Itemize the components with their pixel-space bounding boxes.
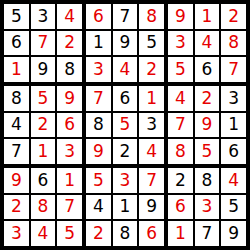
cell-r3c9[interactable]: 7 <box>221 57 246 82</box>
cell-r5c6[interactable]: 3 <box>139 113 164 138</box>
cell-r3c6[interactable]: 2 <box>139 57 164 82</box>
cell-r8c2[interactable]: 8 <box>31 195 56 220</box>
cell-r3c4[interactable]: 3 <box>86 57 111 82</box>
cell-r4c1[interactable]: 8 <box>4 86 29 111</box>
cell-r9c6[interactable]: 6 <box>139 221 164 246</box>
cell-r7c9[interactable]: 4 <box>221 168 246 193</box>
cell-r6c5[interactable]: 2 <box>113 139 138 164</box>
cell-r7c2[interactable]: 6 <box>31 168 56 193</box>
cell-r4c7[interactable]: 4 <box>168 86 193 111</box>
cell-r1c8[interactable]: 1 <box>195 4 220 29</box>
sudoku-board: 5346721986781953429123485678594267137618… <box>0 0 250 250</box>
cell-r1c9[interactable]: 2 <box>221 4 246 29</box>
box-7: 961287345 <box>4 168 82 246</box>
cell-r6c4[interactable]: 9 <box>86 139 111 164</box>
cell-r9c8[interactable]: 7 <box>195 221 220 246</box>
cell-r4c5[interactable]: 6 <box>113 86 138 111</box>
cell-r2c2[interactable]: 7 <box>31 31 56 56</box>
cell-r6c6[interactable]: 4 <box>139 139 164 164</box>
cell-r8c9[interactable]: 5 <box>221 195 246 220</box>
cell-r1c1[interactable]: 5 <box>4 4 29 29</box>
cell-r9c3[interactable]: 5 <box>57 221 82 246</box>
cell-r4c8[interactable]: 2 <box>195 86 220 111</box>
box-2: 678195342 <box>86 4 164 82</box>
cell-r3c7[interactable]: 5 <box>168 57 193 82</box>
cell-r2c6[interactable]: 5 <box>139 31 164 56</box>
box-5: 761853924 <box>86 86 164 164</box>
box-9: 284635179 <box>168 168 246 246</box>
cell-r1c5[interactable]: 7 <box>113 4 138 29</box>
cell-r7c3[interactable]: 1 <box>57 168 82 193</box>
cell-r3c2[interactable]: 9 <box>31 57 56 82</box>
box-3: 912348567 <box>168 4 246 82</box>
cell-r8c4[interactable]: 4 <box>86 195 111 220</box>
cell-r9c4[interactable]: 2 <box>86 221 111 246</box>
cell-r6c3[interactable]: 3 <box>57 139 82 164</box>
cell-r5c4[interactable]: 8 <box>86 113 111 138</box>
cell-r4c6[interactable]: 1 <box>139 86 164 111</box>
cell-r1c3[interactable]: 4 <box>57 4 82 29</box>
cell-r5c9[interactable]: 1 <box>221 113 246 138</box>
cell-r1c7[interactable]: 9 <box>168 4 193 29</box>
cell-r6c9[interactable]: 6 <box>221 139 246 164</box>
cell-r7c4[interactable]: 5 <box>86 168 111 193</box>
cell-r8c6[interactable]: 9 <box>139 195 164 220</box>
cell-r3c1[interactable]: 1 <box>4 57 29 82</box>
cell-r9c1[interactable]: 3 <box>4 221 29 246</box>
cell-r3c8[interactable]: 6 <box>195 57 220 82</box>
cell-r4c9[interactable]: 3 <box>221 86 246 111</box>
cell-r1c6[interactable]: 8 <box>139 4 164 29</box>
cell-r5c2[interactable]: 2 <box>31 113 56 138</box>
cell-r5c7[interactable]: 7 <box>168 113 193 138</box>
cell-r9c2[interactable]: 4 <box>31 221 56 246</box>
cell-r7c8[interactable]: 8 <box>195 168 220 193</box>
cell-r7c1[interactable]: 9 <box>4 168 29 193</box>
cell-r4c4[interactable]: 7 <box>86 86 111 111</box>
cell-r4c2[interactable]: 5 <box>31 86 56 111</box>
cell-r7c5[interactable]: 3 <box>113 168 138 193</box>
cell-r9c5[interactable]: 8 <box>113 221 138 246</box>
cell-r9c9[interactable]: 9 <box>221 221 246 246</box>
cell-r6c8[interactable]: 5 <box>195 139 220 164</box>
cell-r6c2[interactable]: 1 <box>31 139 56 164</box>
cell-r8c5[interactable]: 1 <box>113 195 138 220</box>
cell-r1c4[interactable]: 6 <box>86 4 111 29</box>
cell-r6c7[interactable]: 8 <box>168 139 193 164</box>
box-6: 423791856 <box>168 86 246 164</box>
cell-r1c2[interactable]: 3 <box>31 4 56 29</box>
cell-r2c7[interactable]: 3 <box>168 31 193 56</box>
cell-r8c1[interactable]: 2 <box>4 195 29 220</box>
cell-r5c3[interactable]: 6 <box>57 113 82 138</box>
cell-r7c6[interactable]: 7 <box>139 168 164 193</box>
cell-r2c5[interactable]: 9 <box>113 31 138 56</box>
cell-r4c3[interactable]: 9 <box>57 86 82 111</box>
cell-r8c7[interactable]: 6 <box>168 195 193 220</box>
cell-r2c4[interactable]: 1 <box>86 31 111 56</box>
cell-r3c3[interactable]: 8 <box>57 57 82 82</box>
cell-r5c5[interactable]: 5 <box>113 113 138 138</box>
cell-r2c9[interactable]: 8 <box>221 31 246 56</box>
box-4: 859426713 <box>4 86 82 164</box>
cell-r2c3[interactable]: 2 <box>57 31 82 56</box>
cell-r9c7[interactable]: 1 <box>168 221 193 246</box>
cell-r5c8[interactable]: 9 <box>195 113 220 138</box>
cell-r3c5[interactable]: 4 <box>113 57 138 82</box>
box-1: 534672198 <box>4 4 82 82</box>
cell-r5c1[interactable]: 4 <box>4 113 29 138</box>
cell-r8c3[interactable]: 7 <box>57 195 82 220</box>
cell-r7c7[interactable]: 2 <box>168 168 193 193</box>
box-8: 537419286 <box>86 168 164 246</box>
cell-r2c1[interactable]: 6 <box>4 31 29 56</box>
cell-r8c8[interactable]: 3 <box>195 195 220 220</box>
cell-r6c1[interactable]: 7 <box>4 139 29 164</box>
cell-r2c8[interactable]: 4 <box>195 31 220 56</box>
